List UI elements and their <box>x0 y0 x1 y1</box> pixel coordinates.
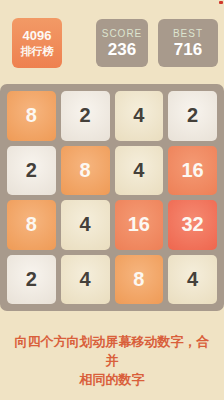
badge-title: 4096 <box>23 28 52 44</box>
score-label: SCORE <box>102 27 143 40</box>
score-box: SCORE 236 <box>96 19 148 67</box>
tile-4: 4 <box>115 146 164 196</box>
best-label: BEST <box>173 27 203 40</box>
tile-8: 8 <box>61 146 110 196</box>
board[interactable]: 8242284168416322484 <box>0 84 224 311</box>
tile-4: 4 <box>168 255 217 305</box>
tile-32: 32 <box>168 200 217 250</box>
instruction-text: 向四个方向划动屏幕移动数字，合并 相同的数字 <box>0 332 224 389</box>
leaderboard-badge-button[interactable]: 4096 排行榜 <box>12 18 62 68</box>
tile-8: 8 <box>7 200 56 250</box>
instruction-line-2: 相同的数字 <box>12 370 212 389</box>
best-value: 716 <box>174 40 202 60</box>
tile-4: 4 <box>61 255 110 305</box>
tile-8: 8 <box>7 91 56 141</box>
score-value: 236 <box>108 40 136 60</box>
best-box: BEST 716 <box>158 19 218 67</box>
status-dot-icon <box>219 1 223 4</box>
tile-4: 4 <box>61 200 110 250</box>
tile-16: 16 <box>168 146 217 196</box>
tile-2: 2 <box>7 146 56 196</box>
tile-8: 8 <box>115 255 164 305</box>
app-screen: 4096 排行榜 SCORE 236 BEST 716 824228416841… <box>0 0 224 400</box>
badge-subtitle: 排行榜 <box>21 44 54 58</box>
tile-4: 4 <box>115 91 164 141</box>
tile-2: 2 <box>61 91 110 141</box>
instruction-line-1: 向四个方向划动屏幕移动数字，合并 <box>12 332 212 370</box>
tile-16: 16 <box>115 200 164 250</box>
tile-2: 2 <box>168 91 217 141</box>
tile-2: 2 <box>7 255 56 305</box>
